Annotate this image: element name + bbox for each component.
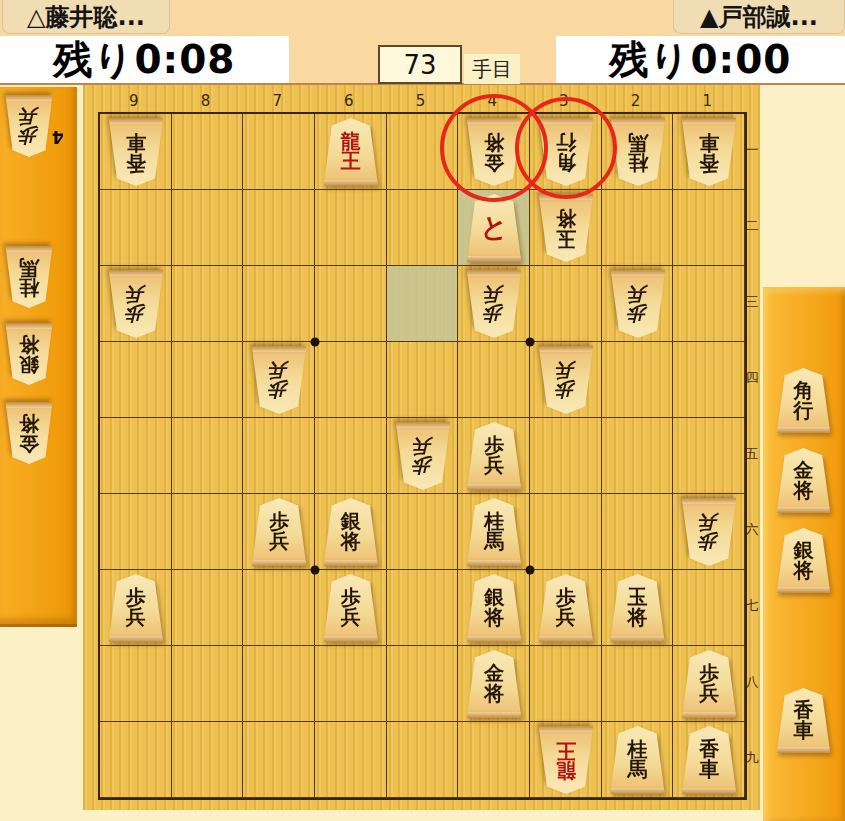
gote-hand-歩兵[interactable]: 歩兵4 (4, 95, 54, 157)
piece-4c[interactable]: 歩兵 (465, 270, 523, 338)
piece-char: 歩 (700, 532, 719, 551)
piece-char: 歩 (556, 380, 575, 399)
gote-hand-tray: 歩兵4桂馬銀将金将 (0, 87, 77, 627)
piece-3i[interactable]: 龍王 (537, 726, 595, 794)
hand-piece-face[interactable]: 桂馬 (4, 246, 54, 308)
square-1e[interactable] (673, 418, 745, 494)
square-7g[interactable] (243, 570, 315, 646)
hoshi-dot (311, 566, 320, 575)
file-labels: 987654321 (98, 90, 743, 112)
piece-char: 車 (699, 132, 719, 152)
top-bar: △藤井聡... ▲戸部誠... 残り0:08 残り0:00 73 手目 (0, 0, 845, 85)
piece-9g[interactable]: 歩兵 (107, 574, 165, 642)
piece-4f[interactable]: 桂馬 (465, 498, 523, 566)
piece-7f[interactable]: 歩兵 (250, 498, 308, 566)
sente-hand-香車[interactable]: 香車 (775, 688, 832, 753)
shogi-board: 987654321 一二三四五六七八九 香車龍王金将角行桂馬香車と玉将歩兵歩兵歩… (83, 85, 760, 810)
piece-char: 兵 (699, 684, 719, 704)
piece-char: 行 (794, 401, 814, 421)
square-9b[interactable] (100, 190, 172, 266)
square-5d[interactable] (387, 342, 459, 418)
piece-char: 車 (699, 760, 719, 780)
file-label: 8 (170, 90, 242, 112)
square-8f[interactable] (172, 494, 244, 570)
square-4d[interactable] (458, 342, 530, 418)
square-2e[interactable] (602, 418, 674, 494)
piece-char: 将 (484, 608, 504, 628)
piece-face: 金将 (775, 448, 832, 513)
piece-face: と (465, 194, 523, 262)
piece-char: 馬 (19, 257, 39, 277)
piece-char: 将 (628, 608, 648, 628)
hand-piece-face[interactable]: 金将 (775, 448, 832, 513)
piece-face: 銀将 (4, 323, 54, 385)
piece-face: 歩兵 (537, 574, 595, 642)
piece-2i[interactable]: 桂馬 (609, 726, 667, 794)
square-6h[interactable] (315, 646, 387, 722)
square-5g[interactable] (387, 570, 459, 646)
gote-hand-銀将[interactable]: 銀将 (4, 323, 54, 385)
square-9f[interactable] (100, 494, 172, 570)
piece-char: 将 (19, 413, 39, 433)
sente-name-tag[interactable]: ▲戸部誠... (673, 0, 845, 34)
piece-char: 歩 (485, 304, 504, 323)
square-7i[interactable] (243, 722, 315, 798)
piece-face: 香車 (775, 688, 832, 753)
piece-char: 将 (19, 334, 39, 354)
square-2d[interactable] (602, 342, 674, 418)
piece-char: 兵 (126, 608, 146, 628)
square-8c[interactable] (172, 266, 244, 342)
square-8b[interactable] (172, 190, 244, 266)
piece-char: 歩 (413, 456, 432, 475)
piece-char: 兵 (413, 437, 432, 456)
piece-4h[interactable]: 金将 (465, 650, 523, 718)
square-2b[interactable] (602, 190, 674, 266)
square-8h[interactable] (172, 646, 244, 722)
piece-6a[interactable]: 龍王 (322, 118, 380, 186)
piece-char: 歩 (20, 126, 39, 145)
annotation-circle-3a (515, 97, 617, 199)
piece-char: 兵 (126, 285, 145, 304)
piece-char: 兵 (556, 361, 575, 380)
hand-piece-face[interactable]: 銀将 (4, 323, 54, 385)
piece-6g[interactable]: 歩兵 (322, 574, 380, 642)
piece-char: 兵 (485, 285, 504, 304)
piece-face: 桂馬 (465, 498, 523, 566)
square-5f[interactable] (387, 494, 459, 570)
piece-char: 王 (341, 152, 361, 172)
file-label: 9 (98, 90, 170, 112)
file-label: 6 (313, 90, 385, 112)
piece-2c[interactable]: 歩兵 (609, 270, 667, 338)
piece-char: 車 (126, 132, 146, 152)
square-1b[interactable] (673, 190, 745, 266)
hoshi-dot (526, 338, 535, 347)
square-9h[interactable] (100, 646, 172, 722)
square-8e[interactable] (172, 418, 244, 494)
gote-hand-金将[interactable]: 金将 (4, 402, 54, 464)
square-3h[interactable] (530, 646, 602, 722)
piece-2a[interactable]: 桂馬 (609, 118, 667, 186)
square-6i[interactable] (315, 722, 387, 798)
board-grid: 香車龍王金将角行桂馬香車と玉将歩兵歩兵歩兵歩兵歩兵歩兵歩兵歩兵銀将桂馬歩兵歩兵歩… (98, 112, 747, 800)
piece-face: 歩兵 (680, 650, 738, 718)
file-label: 1 (671, 90, 743, 112)
square-8a[interactable] (172, 114, 244, 190)
sente-clock: 残り0:00 (556, 36, 845, 83)
sente-hand-銀将[interactable]: 銀将 (775, 528, 832, 593)
piece-face: 桂馬 (4, 246, 54, 308)
piece-char: 馬 (628, 760, 648, 780)
piece-char: 歩 (126, 304, 145, 323)
sente-hand-金将[interactable]: 金将 (775, 448, 832, 513)
piece-face: 銀将 (775, 528, 832, 593)
square-5c[interactable] (387, 266, 459, 342)
square-4i[interactable] (458, 722, 530, 798)
piece-face: 歩兵 (394, 422, 452, 490)
piece-face: 角行 (775, 368, 832, 433)
file-label: 5 (385, 90, 457, 112)
square-2h[interactable] (602, 646, 674, 722)
piece-1f[interactable]: 歩兵 (680, 498, 738, 566)
hand-piece-face[interactable]: 歩兵 (4, 95, 54, 157)
square-7e[interactable] (243, 418, 315, 494)
piece-5e[interactable]: 歩兵 (394, 422, 452, 490)
square-1c[interactable] (673, 266, 745, 342)
piece-face: 銀将 (322, 498, 380, 566)
square-5h[interactable] (387, 646, 459, 722)
square-3f[interactable] (530, 494, 602, 570)
piece-char: 将 (341, 532, 361, 552)
piece-face: 龍王 (322, 118, 380, 186)
piece-1i[interactable]: 香車 (680, 726, 738, 794)
square-7b[interactable] (243, 190, 315, 266)
piece-2g[interactable]: 玉将 (609, 574, 667, 642)
piece-char: 将 (556, 208, 576, 228)
square-1d[interactable] (673, 342, 745, 418)
piece-7d[interactable]: 歩兵 (250, 346, 308, 414)
piece-face: 玉将 (609, 574, 667, 642)
square-1g[interactable] (673, 570, 745, 646)
square-9d[interactable] (100, 342, 172, 418)
piece-char: 兵 (20, 107, 39, 126)
piece-face: 歩兵 (4, 95, 54, 157)
piece-char: 馬 (484, 532, 504, 552)
piece-char: 将 (794, 561, 814, 581)
piece-face: 歩兵 (107, 574, 165, 642)
piece-face: 香車 (680, 118, 738, 186)
file-label: 2 (600, 90, 672, 112)
piece-char: 歩 (270, 380, 289, 399)
piece-char: 兵 (628, 285, 647, 304)
piece-face: 桂馬 (609, 118, 667, 186)
piece-char: 兵 (269, 532, 289, 552)
piece-face: 金将 (465, 650, 523, 718)
piece-face: 歩兵 (537, 346, 595, 414)
hand-piece-face[interactable]: 香車 (775, 688, 832, 753)
piece-char: 兵 (341, 608, 361, 628)
piece-face: 歩兵 (250, 346, 308, 414)
square-6b[interactable] (315, 190, 387, 266)
sente-hand-tray: 角行金将銀将香車 (763, 287, 845, 821)
gote-name-tag[interactable]: △藤井聡... (2, 0, 170, 34)
piece-char: 歩 (628, 304, 647, 323)
piece-face: 歩兵 (609, 270, 667, 338)
square-9i[interactable] (100, 722, 172, 798)
piece-char: 兵 (700, 513, 719, 532)
hoshi-dot (311, 338, 320, 347)
move-number-box: 73 (378, 45, 462, 84)
square-8g[interactable] (172, 570, 244, 646)
square-6c[interactable] (315, 266, 387, 342)
piece-face: 歩兵 (680, 498, 738, 566)
piece-char: 王 (556, 740, 576, 760)
square-7c[interactable] (243, 266, 315, 342)
piece-1h[interactable]: 歩兵 (680, 650, 738, 718)
piece-face: 歩兵 (250, 498, 308, 566)
piece-char: 車 (794, 721, 814, 741)
square-7h[interactable] (243, 646, 315, 722)
square-8i[interactable] (172, 722, 244, 798)
hoshi-dot (526, 566, 535, 575)
hand-piece-count: 4 (52, 127, 64, 147)
square-2f[interactable] (602, 494, 674, 570)
piece-face: 香車 (680, 726, 738, 794)
piece-char: 将 (794, 481, 814, 501)
piece-4g[interactable]: 銀将 (465, 574, 523, 642)
square-7a[interactable] (243, 114, 315, 190)
piece-char: 兵 (556, 608, 576, 628)
piece-char: 兵 (484, 456, 504, 476)
piece-char: 兵 (270, 361, 289, 380)
piece-face: 銀将 (465, 574, 523, 642)
piece-face: 桂馬 (609, 726, 667, 794)
square-6e[interactable] (315, 418, 387, 494)
piece-face: 歩兵 (322, 574, 380, 642)
piece-face: 玉将 (537, 194, 595, 262)
piece-char: 将 (484, 684, 504, 704)
piece-4b[interactable]: と (465, 194, 523, 262)
gote-hand-桂馬[interactable]: 桂馬 (4, 246, 54, 308)
square-5b[interactable] (387, 190, 459, 266)
piece-9c[interactable]: 歩兵 (107, 270, 165, 338)
piece-face: 香車 (107, 118, 165, 186)
piece-face: 龍王 (537, 726, 595, 794)
piece-4e[interactable]: 歩兵 (465, 422, 523, 490)
square-3e[interactable] (530, 418, 602, 494)
square-3c[interactable] (530, 266, 602, 342)
piece-3g[interactable]: 歩兵 (537, 574, 595, 642)
piece-1a[interactable]: 香車 (680, 118, 738, 186)
piece-3b[interactable]: 玉将 (537, 194, 595, 262)
square-9e[interactable] (100, 418, 172, 494)
square-5i[interactable] (387, 722, 459, 798)
piece-3d[interactable]: 歩兵 (537, 346, 595, 414)
hand-piece-face[interactable]: 金将 (4, 402, 54, 464)
file-label: 7 (241, 90, 313, 112)
sente-hand-角行[interactable]: 角行 (775, 368, 832, 433)
gote-clock: 残り0:08 (0, 36, 289, 83)
move-number-suffix: 手目 (464, 54, 520, 84)
piece-char: と (480, 215, 508, 241)
square-8d[interactable] (172, 342, 244, 418)
piece-char: 馬 (628, 132, 648, 152)
piece-face: 歩兵 (107, 270, 165, 338)
hand-piece-face[interactable]: 角行 (775, 368, 832, 433)
piece-6f[interactable]: 銀将 (322, 498, 380, 566)
hand-piece-face[interactable]: 銀将 (775, 528, 832, 593)
piece-9a[interactable]: 香車 (107, 118, 165, 186)
piece-face: 金将 (4, 402, 54, 464)
square-6d[interactable] (315, 342, 387, 418)
piece-face: 歩兵 (465, 270, 523, 338)
piece-face: 歩兵 (465, 422, 523, 490)
